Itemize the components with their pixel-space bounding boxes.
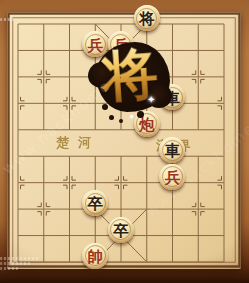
piece-black-将[interactable]: 将	[134, 5, 160, 31]
xiangqi-app-screen: 楚河 漢界 将兵兵車炮車兵卒卒帥 将 ✦ www.hackhome www.ha…	[0, 0, 249, 283]
piece-glyph: 兵	[165, 169, 181, 185]
piece-black-車[interactable]: 車	[159, 137, 185, 163]
sparkle-icon: ✦	[147, 94, 155, 105]
piece-black-卒[interactable]: 卒	[108, 217, 134, 243]
piece-glyph: 卒	[87, 196, 103, 212]
sparkle-dot-icon	[130, 115, 133, 118]
ink-drip	[109, 115, 114, 120]
piece-glyph: 将	[139, 11, 155, 27]
piece-black-卒[interactable]: 卒	[82, 190, 108, 216]
piece-red-兵[interactable]: 兵	[159, 164, 185, 190]
piece-glyph: 車	[165, 143, 181, 159]
piece-glyph: 炮	[139, 117, 155, 133]
piece-glyph: 卒	[113, 222, 129, 238]
piece-glyph: 帥	[87, 249, 103, 265]
ink-drip	[119, 119, 123, 123]
piece-red-帥[interactable]: 帥	[82, 243, 108, 269]
